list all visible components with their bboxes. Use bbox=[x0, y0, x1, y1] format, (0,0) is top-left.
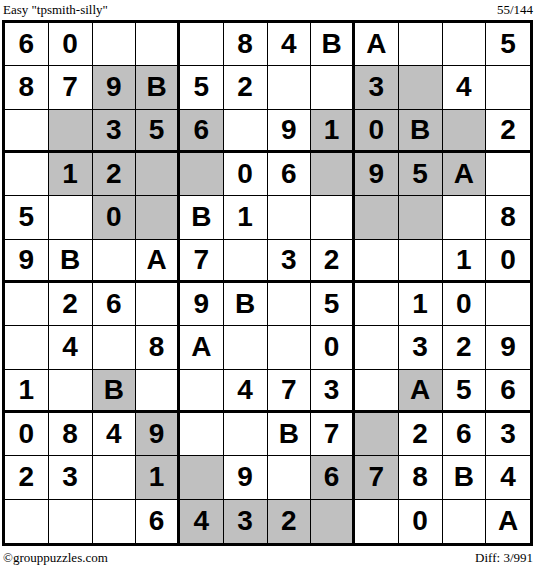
cell-r6c9[interactable] bbox=[355, 240, 399, 283]
cell-r7c9[interactable] bbox=[355, 283, 399, 326]
cell-r2c12[interactable] bbox=[486, 66, 530, 109]
cell-r1c8[interactable]: B bbox=[311, 23, 355, 66]
cell-r3c12[interactable]: 2 bbox=[486, 110, 530, 153]
cell-r3c2[interactable] bbox=[49, 110, 93, 153]
cell-r12c3[interactable] bbox=[93, 500, 137, 543]
cell-r1c9[interactable]: A bbox=[355, 23, 399, 66]
cell-r10c3[interactable]: 4 bbox=[93, 413, 137, 456]
cell-r3c10[interactable]: B bbox=[399, 110, 443, 153]
cell-r1c1[interactable]: 6 bbox=[5, 23, 49, 66]
cell-r8c3[interactable] bbox=[93, 326, 137, 369]
cell-r10c10[interactable]: 2 bbox=[399, 413, 443, 456]
cell-r4c4[interactable] bbox=[136, 153, 180, 196]
cell-r12c8[interactable] bbox=[311, 500, 355, 543]
cell-r3c6[interactable] bbox=[224, 110, 268, 153]
cell-r1c5[interactable] bbox=[180, 23, 224, 66]
cell-r12c9[interactable] bbox=[355, 500, 399, 543]
cell-r10c9[interactable] bbox=[355, 413, 399, 456]
cell-r11c6[interactable]: 9 bbox=[224, 456, 268, 499]
cell-r5c6[interactable]: 1 bbox=[224, 196, 268, 239]
cell-r3c1[interactable] bbox=[5, 110, 49, 153]
cell-r3c9[interactable]: 0 bbox=[355, 110, 399, 153]
cell-r1c12[interactable]: 5 bbox=[486, 23, 530, 66]
cell-r11c7[interactable] bbox=[268, 456, 312, 499]
cell-r7c6[interactable]: B bbox=[224, 283, 268, 326]
cell-r7c7[interactable] bbox=[268, 283, 312, 326]
cell-r1c4[interactable] bbox=[136, 23, 180, 66]
cell-r9c11[interactable]: 5 bbox=[443, 370, 487, 413]
cell-r9c3[interactable]: B bbox=[93, 370, 137, 413]
cell-r2c4[interactable]: B bbox=[136, 66, 180, 109]
cell-r5c8[interactable] bbox=[311, 196, 355, 239]
cell-r5c7[interactable] bbox=[268, 196, 312, 239]
cell-r4c6[interactable]: 0 bbox=[224, 153, 268, 196]
cell-r12c11[interactable] bbox=[443, 500, 487, 543]
cell-r1c2[interactable]: 0 bbox=[49, 23, 93, 66]
cell-r7c12[interactable] bbox=[486, 283, 530, 326]
cell-r5c5[interactable]: B bbox=[180, 196, 224, 239]
cell-r11c1[interactable]: 2 bbox=[5, 456, 49, 499]
cell-r6c8[interactable]: 2 bbox=[311, 240, 355, 283]
header: Easy "tpsmith-silly" 55/144 bbox=[0, 0, 535, 20]
cell-r8c7[interactable] bbox=[268, 326, 312, 369]
cell-r10c7[interactable]: B bbox=[268, 413, 312, 456]
difficulty-text: Diff: 3/991 bbox=[475, 550, 533, 566]
cell-r1c10[interactable] bbox=[399, 23, 443, 66]
cell-r2c5[interactable]: 5 bbox=[180, 66, 224, 109]
puzzle-title: Easy "tpsmith-silly" bbox=[3, 2, 108, 18]
cell-r8c5[interactable]: A bbox=[180, 326, 224, 369]
cell-r5c10[interactable] bbox=[399, 196, 443, 239]
cell-r9c9[interactable] bbox=[355, 370, 399, 413]
cell-r12c1[interactable] bbox=[5, 500, 49, 543]
footer: ©grouppuzzles.com Diff: 3/991 bbox=[0, 546, 535, 569]
cell-r2c6[interactable]: 2 bbox=[224, 66, 268, 109]
cell-r12c4[interactable]: 6 bbox=[136, 500, 180, 543]
cell-r10c11[interactable]: 6 bbox=[443, 413, 487, 456]
cell-r7c4[interactable] bbox=[136, 283, 180, 326]
cell-r3c7[interactable]: 9 bbox=[268, 110, 312, 153]
cell-r8c2[interactable]: 4 bbox=[49, 326, 93, 369]
cell-r11c5[interactable] bbox=[180, 456, 224, 499]
cell-r12c12[interactable]: A bbox=[486, 500, 530, 543]
cell-r4c12[interactable] bbox=[486, 153, 530, 196]
cell-r1c6[interactable]: 8 bbox=[224, 23, 268, 66]
cell-r2c1[interactable]: 8 bbox=[5, 66, 49, 109]
puzzle-page: { "game": "sudoku-12x12 (symbols 0-9, A,… bbox=[0, 0, 535, 569]
cell-r5c1[interactable]: 5 bbox=[5, 196, 49, 239]
cell-r10c5[interactable] bbox=[180, 413, 224, 456]
cell-r3c4[interactable]: 5 bbox=[136, 110, 180, 153]
cell-r6c7[interactable]: 3 bbox=[268, 240, 312, 283]
cell-r3c11[interactable] bbox=[443, 110, 487, 153]
cell-r6c11[interactable]: 1 bbox=[443, 240, 487, 283]
cell-r4c3[interactable]: 2 bbox=[93, 153, 137, 196]
cell-r2c3[interactable]: 9 bbox=[93, 66, 137, 109]
cell-r9c4[interactable] bbox=[136, 370, 180, 413]
cell-r12c2[interactable] bbox=[49, 500, 93, 543]
cell-r11c9[interactable]: 7 bbox=[355, 456, 399, 499]
cell-r7c10[interactable]: 1 bbox=[399, 283, 443, 326]
cell-r10c2[interactable]: 8 bbox=[49, 413, 93, 456]
cell-r4c8[interactable] bbox=[311, 153, 355, 196]
cell-r12c5[interactable]: 4 bbox=[180, 500, 224, 543]
cell-r12c7[interactable]: 2 bbox=[268, 500, 312, 543]
cell-r8c10[interactable]: 3 bbox=[399, 326, 443, 369]
cell-r8c6[interactable] bbox=[224, 326, 268, 369]
cell-r8c12[interactable]: 9 bbox=[486, 326, 530, 369]
cell-r6c3[interactable] bbox=[93, 240, 137, 283]
cell-r9c2[interactable] bbox=[49, 370, 93, 413]
cell-r5c11[interactable] bbox=[443, 196, 487, 239]
cell-r6c12[interactable]: 0 bbox=[486, 240, 530, 283]
cell-r8c8[interactable]: 0 bbox=[311, 326, 355, 369]
cell-r2c10[interactable] bbox=[399, 66, 443, 109]
cell-r11c3[interactable] bbox=[93, 456, 137, 499]
cell-r12c6[interactable]: 3 bbox=[224, 500, 268, 543]
cell-r5c2[interactable] bbox=[49, 196, 93, 239]
cell-r8c4[interactable]: 8 bbox=[136, 326, 180, 369]
cell-r7c2[interactable]: 2 bbox=[49, 283, 93, 326]
cell-r4c7[interactable]: 6 bbox=[268, 153, 312, 196]
cell-r4c2[interactable]: 1 bbox=[49, 153, 93, 196]
cell-r8c9[interactable] bbox=[355, 326, 399, 369]
cell-r9c5[interactable] bbox=[180, 370, 224, 413]
cell-r4c10[interactable]: 5 bbox=[399, 153, 443, 196]
cell-r9c8[interactable]: 3 bbox=[311, 370, 355, 413]
cell-r11c2[interactable]: 3 bbox=[49, 456, 93, 499]
cell-r11c4[interactable]: 1 bbox=[136, 456, 180, 499]
cell-r9c1[interactable]: 1 bbox=[5, 370, 49, 413]
cell-r7c3[interactable]: 6 bbox=[93, 283, 137, 326]
cell-r7c5[interactable]: 9 bbox=[180, 283, 224, 326]
copyright-text: ©grouppuzzles.com bbox=[3, 550, 108, 566]
cell-r11c11[interactable]: B bbox=[443, 456, 487, 499]
cell-r10c4[interactable]: 9 bbox=[136, 413, 180, 456]
cell-r1c7[interactable]: 4 bbox=[268, 23, 312, 66]
sudoku-board: 6084BA5879B5234356910B2120695A50B189BA73… bbox=[2, 20, 533, 546]
cell-r8c1[interactable] bbox=[5, 326, 49, 369]
cell-r7c11[interactable]: 0 bbox=[443, 283, 487, 326]
cell-r5c9[interactable] bbox=[355, 196, 399, 239]
cell-r9c6[interactable]: 4 bbox=[224, 370, 268, 413]
cell-r7c1[interactable] bbox=[5, 283, 49, 326]
cell-r5c12[interactable]: 8 bbox=[486, 196, 530, 239]
cell-r2c2[interactable]: 7 bbox=[49, 66, 93, 109]
cell-r2c8[interactable] bbox=[311, 66, 355, 109]
cell-r4c1[interactable] bbox=[5, 153, 49, 196]
cell-r6c10[interactable] bbox=[399, 240, 443, 283]
cell-r8c11[interactable]: 2 bbox=[443, 326, 487, 369]
cell-r3c5[interactable]: 6 bbox=[180, 110, 224, 153]
cell-r12c10[interactable]: 0 bbox=[399, 500, 443, 543]
cell-r11c10[interactable]: 8 bbox=[399, 456, 443, 499]
cell-r6c4[interactable]: A bbox=[136, 240, 180, 283]
cell-r4c5[interactable] bbox=[180, 153, 224, 196]
cell-r3c3[interactable]: 3 bbox=[93, 110, 137, 153]
cell-r1c11[interactable] bbox=[443, 23, 487, 66]
cell-r6c1[interactable]: 9 bbox=[5, 240, 49, 283]
cell-r6c2[interactable]: B bbox=[49, 240, 93, 283]
cell-r10c12[interactable]: 3 bbox=[486, 413, 530, 456]
cell-r5c3[interactable]: 0 bbox=[93, 196, 137, 239]
cell-r11c12[interactable]: 4 bbox=[486, 456, 530, 499]
cell-r5c4[interactable] bbox=[136, 196, 180, 239]
cell-r11c8[interactable]: 6 bbox=[311, 456, 355, 499]
cell-r6c6[interactable] bbox=[224, 240, 268, 283]
cell-r1c3[interactable] bbox=[93, 23, 137, 66]
cell-r2c7[interactable] bbox=[268, 66, 312, 109]
cell-r9c12[interactable]: 6 bbox=[486, 370, 530, 413]
cell-r3c8[interactable]: 1 bbox=[311, 110, 355, 153]
cell-r4c9[interactable]: 9 bbox=[355, 153, 399, 196]
cell-r6c5[interactable]: 7 bbox=[180, 240, 224, 283]
cell-r10c6[interactable] bbox=[224, 413, 268, 456]
cell-r2c9[interactable]: 3 bbox=[355, 66, 399, 109]
cell-r9c7[interactable]: 7 bbox=[268, 370, 312, 413]
cell-r2c11[interactable]: 4 bbox=[443, 66, 487, 109]
cell-r10c1[interactable]: 0 bbox=[5, 413, 49, 456]
cell-r9c10[interactable]: A bbox=[399, 370, 443, 413]
cell-r10c8[interactable]: 7 bbox=[311, 413, 355, 456]
cell-r7c8[interactable]: 5 bbox=[311, 283, 355, 326]
cell-r4c11[interactable]: A bbox=[443, 153, 487, 196]
clue-counter: 55/144 bbox=[497, 2, 533, 18]
